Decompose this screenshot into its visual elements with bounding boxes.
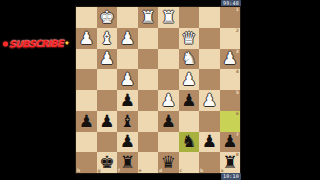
rank-label-2: 2 xyxy=(236,28,239,33)
square-c4[interactable]: ♟ xyxy=(179,69,200,90)
white-rook: ♜ xyxy=(161,8,176,25)
square-b7[interactable]: ♟ xyxy=(199,132,220,153)
black-rook: ♜ xyxy=(120,154,135,171)
square-e2[interactable] xyxy=(138,28,159,49)
white-queen: ♛ xyxy=(181,29,196,46)
square-a2[interactable]: 2 xyxy=(220,28,241,49)
square-f8[interactable]: ♜f xyxy=(117,152,138,173)
square-g5[interactable] xyxy=(97,90,118,111)
black-pawn: ♟ xyxy=(202,133,217,150)
square-c2[interactable]: ♛ xyxy=(179,28,200,49)
square-f7[interactable]: ♟ xyxy=(117,132,138,153)
square-h2[interactable]: ♟ xyxy=(76,28,97,49)
square-d2[interactable] xyxy=(158,28,179,49)
right-letterbox-bar xyxy=(240,0,320,180)
square-h8[interactable]: h xyxy=(76,152,97,173)
square-a4[interactable]: 4 xyxy=(220,69,241,90)
rank-label-7: 7 xyxy=(236,132,239,137)
white-king: ♚ xyxy=(99,8,114,25)
square-b5[interactable]: ♟ xyxy=(199,90,220,111)
black-pawn: ♟ xyxy=(99,112,114,129)
white-pawn: ♟ xyxy=(181,71,196,88)
square-e3[interactable] xyxy=(138,49,159,70)
chess-board[interactable]: ♚♜♜1♟♝♟♛2♟♞♟3♟♟4♟♟♟♟5♟♟♝♟6♟♞♟♟7h♚g♜fe♛dc… xyxy=(76,7,240,173)
video-frame: SUBSCRIBE ✦ 99:48 ♚♜♜1♟♝♟♛2♟♞♟3♟♟4♟♟♟♟5♟… xyxy=(0,0,320,180)
white-clock: 10:10 xyxy=(221,173,241,180)
file-label-h: h xyxy=(77,168,80,173)
black-pawn: ♟ xyxy=(79,112,94,129)
black-queen: ♛ xyxy=(161,154,176,171)
rank-label-3: 3 xyxy=(236,49,239,54)
record-dot-icon xyxy=(3,42,8,47)
square-c8[interactable]: c xyxy=(179,152,200,173)
square-b4[interactable] xyxy=(199,69,220,90)
square-e1[interactable]: ♜ xyxy=(138,7,159,28)
white-pawn: ♟ xyxy=(202,91,217,108)
left-letterbox-bar xyxy=(0,0,76,180)
white-bishop: ♝ xyxy=(99,29,114,46)
square-a3[interactable]: ♟3 xyxy=(220,49,241,70)
square-d6[interactable]: ♟ xyxy=(158,111,179,132)
square-c7[interactable]: ♞ xyxy=(179,132,200,153)
square-a6[interactable]: 6 xyxy=(220,111,241,132)
square-h6[interactable]: ♟ xyxy=(76,111,97,132)
square-f3[interactable] xyxy=(117,49,138,70)
white-pawn: ♟ xyxy=(79,29,94,46)
file-label-e: e xyxy=(139,168,142,173)
rank-label-6: 6 xyxy=(236,111,239,116)
rank-label-5: 5 xyxy=(236,90,239,95)
white-knight: ♞ xyxy=(181,50,196,67)
square-b8[interactable]: b xyxy=(199,152,220,173)
square-d7[interactable] xyxy=(158,132,179,153)
black-pawn: ♟ xyxy=(120,133,135,150)
rank-label-4: 4 xyxy=(236,69,239,74)
black-pawn: ♟ xyxy=(120,91,135,108)
square-g4[interactable] xyxy=(97,69,118,90)
black-knight: ♞ xyxy=(181,133,196,150)
white-pawn: ♟ xyxy=(99,50,114,67)
square-h3[interactable] xyxy=(76,49,97,70)
square-h5[interactable] xyxy=(76,90,97,111)
file-label-c: c xyxy=(180,168,183,173)
file-label-g: g xyxy=(98,168,101,173)
rank-label-8: 8 xyxy=(236,152,239,157)
square-f6[interactable]: ♝ xyxy=(117,111,138,132)
square-d4[interactable] xyxy=(158,69,179,90)
square-g6[interactable]: ♟ xyxy=(97,111,118,132)
white-pawn: ♟ xyxy=(161,91,176,108)
square-e4[interactable] xyxy=(138,69,159,90)
square-f5[interactable]: ♟ xyxy=(117,90,138,111)
square-d8[interactable]: ♛d xyxy=(158,152,179,173)
file-label-d: d xyxy=(159,168,162,173)
square-a1[interactable]: 1 xyxy=(220,7,241,28)
square-d3[interactable] xyxy=(158,49,179,70)
square-c3[interactable]: ♞ xyxy=(179,49,200,70)
black-clock: 99:48 xyxy=(221,0,241,7)
square-e8[interactable]: e xyxy=(138,152,159,173)
black-pawn: ♟ xyxy=(181,91,196,108)
black-king: ♚ xyxy=(99,154,114,171)
white-rook: ♜ xyxy=(140,8,155,25)
square-g3[interactable]: ♟ xyxy=(97,49,118,70)
square-f2[interactable]: ♟ xyxy=(117,28,138,49)
square-b2[interactable] xyxy=(199,28,220,49)
square-e5[interactable] xyxy=(138,90,159,111)
file-label-f: f xyxy=(118,168,120,173)
rank-label-1: 1 xyxy=(236,7,239,12)
square-a8[interactable]: ♜8a xyxy=(220,152,241,173)
square-e7[interactable] xyxy=(138,132,159,153)
white-pawn: ♟ xyxy=(120,71,135,88)
square-f4[interactable]: ♟ xyxy=(117,69,138,90)
square-b3[interactable] xyxy=(199,49,220,70)
square-h4[interactable] xyxy=(76,69,97,90)
black-pawn: ♟ xyxy=(161,112,176,129)
square-b6[interactable] xyxy=(199,111,220,132)
subscribe-label: SUBSCRIBE xyxy=(9,38,63,50)
file-label-b: b xyxy=(200,168,203,173)
square-a5[interactable]: 5 xyxy=(220,90,241,111)
sparkle-bell-icon: ✦ xyxy=(64,39,70,47)
square-c6[interactable] xyxy=(179,111,200,132)
square-g1[interactable]: ♚ xyxy=(97,7,118,28)
white-pawn: ♟ xyxy=(120,29,135,46)
square-h7[interactable] xyxy=(76,132,97,153)
square-g8[interactable]: ♚g xyxy=(97,152,118,173)
square-d1[interactable]: ♜ xyxy=(158,7,179,28)
black-bishop: ♝ xyxy=(120,112,135,129)
square-g2[interactable]: ♝ xyxy=(97,28,118,49)
square-b1[interactable] xyxy=(199,7,220,28)
square-d5[interactable]: ♟ xyxy=(158,90,179,111)
subscribe-banner[interactable]: SUBSCRIBE ✦ xyxy=(3,37,75,49)
square-c5[interactable]: ♟ xyxy=(179,90,200,111)
square-g7[interactable] xyxy=(97,132,118,153)
square-e6[interactable] xyxy=(138,111,159,132)
square-c1[interactable] xyxy=(179,7,200,28)
square-h1[interactable] xyxy=(76,7,97,28)
square-a7[interactable]: ♟7 xyxy=(220,132,241,153)
square-f1[interactable] xyxy=(117,7,138,28)
